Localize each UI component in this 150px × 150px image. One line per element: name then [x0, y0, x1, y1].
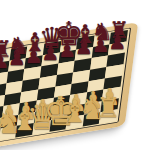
board-square: [32, 121, 50, 135]
board-frame: [0, 22, 138, 150]
board-square: [0, 126, 17, 140]
chess-board: [0, 30, 128, 143]
chess-set-photo: ♜♞♝♛♚♝♞♜♟♟♟♟♟♟♟♟♟♟♟♟♟♟♟♟♜♞♝♛♚♝♞♜: [0, 0, 150, 150]
board-square: [99, 110, 117, 124]
board-square: [16, 123, 34, 137]
board-outline: [0, 28, 131, 146]
board-square: [49, 118, 67, 132]
board-square: [82, 112, 100, 126]
board-square: [66, 115, 84, 129]
